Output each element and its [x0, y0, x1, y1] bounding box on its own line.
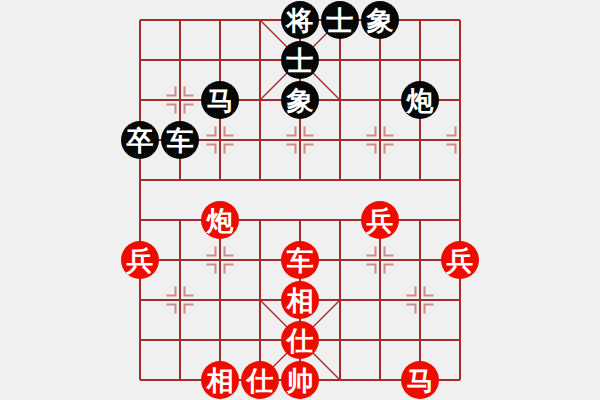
xiangqi-board: 将士象士马象炮卒车炮兵兵车兵相仕相仕帅马 [120, 0, 480, 400]
black-horse[interactable]: 马 [201, 81, 239, 119]
black-advisor[interactable]: 士 [321, 1, 359, 39]
red-general[interactable]: 帅 [281, 361, 319, 399]
black-pawn[interactable]: 卒 [121, 121, 159, 159]
black-cannon[interactable]: 炮 [401, 81, 439, 119]
xiangqi-screen: 将士象士马象炮卒车炮兵兵车兵相仕相仕帅马 [0, 0, 600, 400]
black-general[interactable]: 将 [281, 1, 319, 39]
red-elephant[interactable]: 相 [201, 361, 239, 399]
red-advisor[interactable]: 仕 [281, 321, 319, 359]
red-cannon[interactable]: 炮 [201, 201, 239, 239]
red-elephant[interactable]: 相 [281, 281, 319, 319]
black-elephant[interactable]: 象 [361, 1, 399, 39]
red-chariot[interactable]: 车 [281, 241, 319, 279]
red-pawn[interactable]: 兵 [361, 201, 399, 239]
red-horse[interactable]: 马 [401, 361, 439, 399]
red-advisor[interactable]: 仕 [241, 361, 279, 399]
red-pawn[interactable]: 兵 [441, 241, 479, 279]
black-advisor[interactable]: 士 [281, 41, 319, 79]
red-pawn[interactable]: 兵 [121, 241, 159, 279]
black-elephant[interactable]: 象 [281, 81, 319, 119]
black-chariot[interactable]: 车 [161, 121, 199, 159]
